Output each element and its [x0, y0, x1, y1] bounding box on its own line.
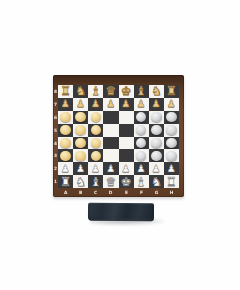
gold-pawn: ♟ [61, 99, 70, 109]
file-label-a: A [60, 189, 71, 195]
square-h6[interactable] [164, 111, 179, 124]
silver-checker-disc [136, 151, 147, 162]
square-c6[interactable] [88, 111, 103, 124]
square-h8[interactable]: ♜ [164, 85, 179, 98]
file-label-c: C [90, 189, 101, 195]
square-d2[interactable]: ♟ [103, 162, 118, 175]
square-c4[interactable] [88, 137, 103, 150]
square-g4[interactable] [149, 137, 164, 150]
gold-checker-disc [75, 125, 86, 136]
file-label-g: G [151, 189, 162, 195]
square-g5[interactable] [149, 124, 164, 137]
silver-checker-disc [166, 112, 177, 123]
gold-pawn: ♟ [76, 99, 85, 109]
gold-checker-disc [60, 125, 71, 136]
gold-checker-disc [91, 138, 102, 149]
gold-queen: ♛ [106, 85, 117, 97]
rank-label-8: 8 [54, 87, 58, 96]
silver-checker-disc [151, 112, 162, 123]
square-f6[interactable] [134, 111, 149, 124]
white-pawn: ♟ [61, 164, 70, 174]
gold-bishop: ♝ [90, 85, 101, 97]
white-bishop: ♝ [90, 176, 101, 188]
square-c7[interactable]: ♟ [88, 98, 103, 111]
board-grid: ♜♞♝♛♚♝♞♜♟♟♟♟♟♟♟♟♟♟♟♟♟♟♟♟♜♞♝♛♚♝♞♜ [58, 85, 179, 188]
chess-board: 87654321 ABCDEFGH ♜♞♝♛♚♝♞♜♟♟♟♟♟♟♟♟♟♟♟♟♟♟… [53, 75, 184, 197]
silver-checker-disc [166, 138, 177, 149]
rank-label-7: 7 [54, 100, 58, 109]
pouch-shadow [90, 219, 164, 225]
gold-checker-disc [91, 125, 102, 136]
square-a4[interactable] [58, 137, 73, 150]
gold-rook: ♜ [166, 85, 177, 97]
square-h7[interactable]: ♟ [164, 98, 179, 111]
square-g2[interactable]: ♟ [149, 162, 164, 175]
silver-checker-disc [166, 151, 177, 162]
white-pawn: ♟ [106, 164, 115, 174]
rank-label-1: 1 [54, 177, 58, 186]
square-b4[interactable] [73, 137, 88, 150]
square-f1[interactable]: ♝ [134, 175, 149, 188]
gold-checker-disc [75, 138, 86, 149]
file-label-e: E [121, 189, 132, 195]
square-c8[interactable]: ♝ [88, 85, 103, 98]
square-e7[interactable]: ♟ [119, 98, 134, 111]
square-c5[interactable] [88, 124, 103, 137]
gold-rook: ♜ [60, 85, 71, 97]
square-g6[interactable] [149, 111, 164, 124]
square-b2[interactable]: ♟ [73, 162, 88, 175]
silver-checker-disc [151, 151, 162, 162]
square-a8[interactable]: ♜ [58, 85, 73, 98]
square-c1[interactable]: ♝ [88, 175, 103, 188]
rank-label-3: 3 [54, 151, 58, 160]
product-photo: 87654321 ABCDEFGH ♜♞♝♛♚♝♞♜♟♟♟♟♟♟♟♟♟♟♟♟♟♟… [0, 0, 240, 290]
square-g7[interactable]: ♟ [149, 98, 164, 111]
square-e1[interactable]: ♚ [119, 175, 134, 188]
square-g3[interactable] [149, 149, 164, 162]
silver-checker-disc [136, 125, 147, 136]
gold-pawn: ♟ [167, 99, 176, 109]
gold-pawn: ♟ [122, 99, 131, 109]
silver-checker-disc [166, 125, 177, 136]
gold-checker-disc [60, 112, 71, 123]
square-f4[interactable] [134, 137, 149, 150]
silver-checker-disc [151, 125, 162, 136]
square-g1[interactable]: ♞ [149, 175, 164, 188]
square-b1[interactable]: ♞ [73, 175, 88, 188]
square-d7[interactable]: ♟ [103, 98, 118, 111]
square-d3[interactable] [103, 149, 118, 162]
square-a5[interactable] [58, 124, 73, 137]
white-knight: ♞ [151, 176, 162, 188]
gold-checker-disc [91, 151, 102, 162]
gold-pawn: ♟ [152, 99, 161, 109]
square-f7[interactable]: ♟ [134, 98, 149, 111]
square-e5[interactable] [119, 124, 134, 137]
square-h3[interactable] [164, 149, 179, 162]
file-label-f: F [136, 189, 147, 195]
square-b3[interactable] [73, 149, 88, 162]
square-d4[interactable] [103, 137, 118, 150]
square-d5[interactable] [103, 124, 118, 137]
gold-checker-disc [75, 151, 86, 162]
file-labels: ABCDEFGH [58, 188, 179, 197]
white-pawn: ♟ [76, 164, 85, 174]
square-f5[interactable] [134, 124, 149, 137]
square-f3[interactable] [134, 149, 149, 162]
white-pawn: ♟ [167, 164, 176, 174]
gold-pawn: ♟ [91, 99, 100, 109]
gold-knight: ♞ [151, 85, 162, 97]
file-label-h: H [166, 189, 177, 195]
square-h5[interactable] [164, 124, 179, 137]
rank-label-4: 4 [54, 138, 58, 147]
square-b7[interactable]: ♟ [73, 98, 88, 111]
gold-king: ♚ [121, 85, 132, 97]
square-h1[interactable]: ♜ [164, 175, 179, 188]
square-b5[interactable] [73, 124, 88, 137]
square-g8[interactable]: ♞ [149, 85, 164, 98]
square-f8[interactable]: ♝ [134, 85, 149, 98]
white-bishop: ♝ [136, 176, 147, 188]
square-h4[interactable] [164, 137, 179, 150]
white-queen: ♛ [106, 176, 117, 188]
square-f2[interactable]: ♟ [134, 162, 149, 175]
white-rook: ♜ [166, 176, 177, 188]
square-e2[interactable]: ♟ [119, 162, 134, 175]
square-c3[interactable] [88, 149, 103, 162]
gold-bishop: ♝ [136, 85, 147, 97]
square-d6[interactable] [103, 111, 118, 124]
file-label-b: B [75, 189, 86, 195]
white-pawn: ♟ [122, 164, 131, 174]
square-c2[interactable]: ♟ [88, 162, 103, 175]
silver-checker-disc [151, 138, 162, 149]
gold-pawn: ♟ [137, 99, 146, 109]
square-b6[interactable] [73, 111, 88, 124]
white-pawn: ♟ [91, 164, 100, 174]
square-e3[interactable] [119, 149, 134, 162]
white-rook: ♜ [60, 176, 71, 188]
square-a2[interactable]: ♟ [58, 162, 73, 175]
square-a7[interactable]: ♟ [58, 98, 73, 111]
gold-checker-disc [91, 112, 102, 123]
gold-pawn: ♟ [106, 99, 115, 109]
gold-checker-disc [60, 151, 71, 162]
white-pawn: ♟ [152, 164, 161, 174]
silver-checker-disc [136, 138, 147, 149]
square-e6[interactable] [119, 111, 134, 124]
silver-checker-disc [136, 112, 147, 123]
gold-knight: ♞ [75, 85, 86, 97]
white-pawn: ♟ [137, 164, 146, 174]
square-e8[interactable]: ♚ [119, 85, 134, 98]
file-label-d: D [105, 189, 116, 195]
gold-checker-disc [75, 112, 86, 123]
square-b8[interactable]: ♞ [73, 85, 88, 98]
white-king: ♚ [121, 176, 132, 188]
square-a1[interactable]: ♜ [58, 175, 73, 188]
square-e4[interactable] [119, 137, 134, 150]
square-a3[interactable] [58, 149, 73, 162]
square-h2[interactable]: ♟ [164, 162, 179, 175]
square-a6[interactable] [58, 111, 73, 124]
rank-label-2: 2 [54, 164, 58, 173]
rank-label-6: 6 [54, 113, 58, 122]
white-knight: ♞ [75, 176, 86, 188]
square-d8[interactable]: ♛ [103, 85, 118, 98]
rank-label-5: 5 [54, 125, 58, 134]
gold-checker-disc [60, 138, 71, 149]
square-d1[interactable]: ♛ [103, 175, 118, 188]
